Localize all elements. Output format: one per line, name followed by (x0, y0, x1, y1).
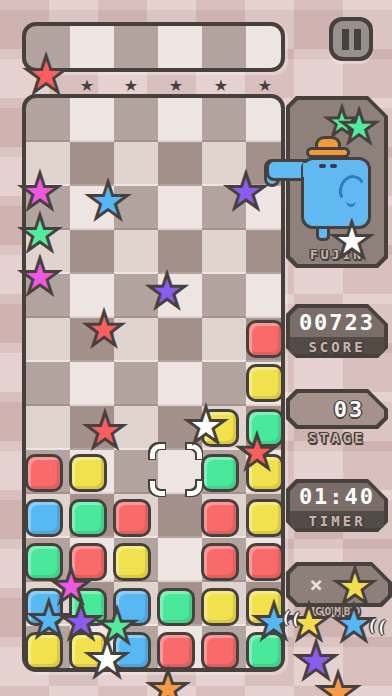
score-label: SCORE (286, 339, 388, 355)
purple-star: ★★ (65, 604, 97, 640)
pause-icon (333, 21, 369, 57)
sparkle-icon: (( (366, 615, 388, 636)
elephant-mouth (346, 195, 356, 207)
block-red[interactable] (246, 320, 284, 358)
white-star: ★★ (90, 640, 124, 678)
elephant-body-patch (303, 163, 313, 177)
blue-star: ★★ (33, 602, 65, 638)
sparkle-icon: (( (280, 607, 302, 628)
yellow-star: ★★ (339, 569, 371, 605)
stage-panel: 03 (286, 389, 388, 429)
block-yellow[interactable] (69, 454, 107, 492)
magenta-star: ★★ (24, 259, 56, 295)
blue-star: ★★ (91, 182, 125, 220)
block-yellow[interactable] (113, 543, 151, 581)
stage-label: STAGE (286, 430, 388, 446)
timer-label: TIMER (286, 513, 388, 529)
pause-button[interactable] (329, 17, 373, 61)
elephant-eye-right (330, 164, 337, 168)
elephant-hat-brim (306, 147, 350, 158)
purple-star: ★★ (230, 174, 262, 210)
block-blue[interactable] (25, 499, 63, 537)
block-green[interactable] (201, 454, 239, 492)
score-value: 00723 (286, 310, 388, 335)
block-red[interactable] (246, 543, 284, 581)
block-red[interactable] (201, 543, 239, 581)
block-red[interactable] (157, 632, 195, 670)
orange-star: ★★ (152, 671, 184, 696)
orange-star: ★★ (321, 673, 355, 696)
magenta-star: ★★ (24, 174, 56, 210)
block-green[interactable] (69, 499, 107, 537)
block-red[interactable] (113, 499, 151, 537)
red-star: ★★ (89, 413, 121, 449)
selection-cursor[interactable] (150, 444, 202, 496)
block-green[interactable] (157, 588, 195, 626)
blue-star: ★★ (338, 606, 370, 642)
block-red[interactable] (25, 454, 63, 492)
block-yellow[interactable] (246, 499, 284, 537)
green-star: ★★ (24, 216, 56, 252)
magenta-star: ★★ (56, 569, 86, 603)
stage-value: 03 (286, 397, 388, 422)
game-screen: ★★★★★ FUJIN 00723 SCORE 03 STAGE 01:40 T… (0, 0, 392, 696)
elephant-eye-left (319, 164, 326, 168)
white-star: ★★ (190, 408, 222, 444)
progress-pip-star-icon: ★ (214, 78, 228, 94)
white-star: ★★ (336, 223, 368, 259)
block-red[interactable] (201, 632, 239, 670)
red-star: ★★ (29, 56, 63, 94)
block-red[interactable] (201, 499, 239, 537)
score-panel: 00723 SCORE (286, 304, 388, 358)
block-yellow[interactable] (246, 364, 284, 402)
progress-pip-star-icon: ★ (258, 78, 272, 94)
progress-pip-star-icon: ★ (80, 78, 94, 94)
red-star: ★★ (89, 312, 119, 346)
timer-value: 01:40 (286, 484, 388, 509)
timer-panel: 01:40 TIMER (286, 479, 388, 532)
red-star: ★★ (242, 435, 272, 469)
block-yellow[interactable] (201, 588, 239, 626)
purple-star: ★★ (152, 274, 182, 308)
green-star: ★★ (345, 111, 374, 143)
progress-pip-star-icon: ★ (124, 78, 138, 94)
progress-pip-star-icon: ★ (169, 78, 183, 94)
